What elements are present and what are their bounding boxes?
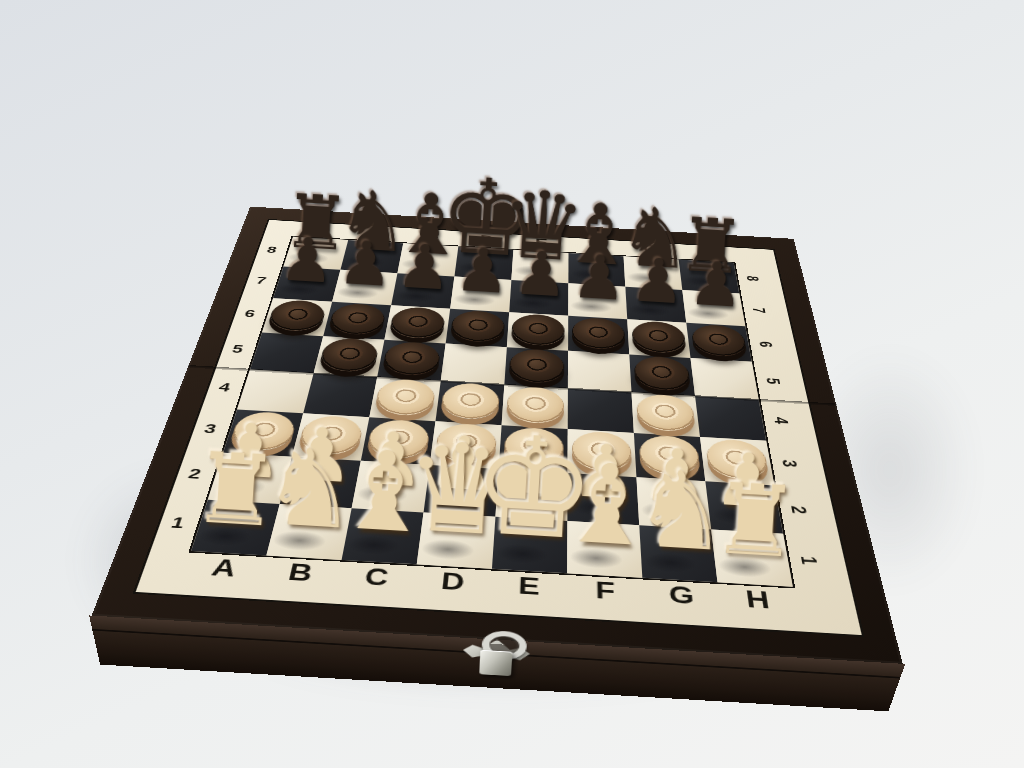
- square-c6: [384, 305, 450, 343]
- coord-label-7: 7: [748, 307, 769, 314]
- square-b7: ♟: [332, 270, 397, 306]
- dark-checker-e5: [509, 348, 565, 384]
- coord-label-1: 1: [795, 555, 822, 565]
- dark-checker-b6: [328, 303, 388, 336]
- square-c7: ♟: [391, 273, 454, 309]
- black-pawn-e7: ♟: [512, 243, 570, 306]
- black-pawn-f7: ♟: [570, 246, 628, 309]
- black-pawn-h7: ♟: [687, 253, 745, 316]
- coord-label-G: G: [668, 581, 695, 610]
- square-e7: ♟: [509, 280, 568, 316]
- black-pawn-d7: ♟: [454, 239, 512, 302]
- square-e6: [507, 312, 568, 350]
- board-grid: ♜♞♝♚♛♝♞♜♟♟♟♟♟♟♟♟♟♟♟♟♟♟♟♟♜♞♝♛♚♝♞♜: [191, 237, 793, 587]
- dark-checker-h6: [690, 324, 747, 358]
- square-f7: ♟: [568, 283, 627, 319]
- square-h7: ♟: [682, 290, 745, 326]
- square-e5: [504, 347, 568, 388]
- coord-label-B: B: [286, 559, 315, 587]
- coord-label-A: A: [209, 554, 240, 582]
- square-d5: [441, 344, 507, 385]
- square-b5: [314, 336, 385, 377]
- coord-label-4: 4: [217, 380, 232, 394]
- coord-label-4: 4: [769, 417, 793, 425]
- square-a5: [250, 333, 323, 374]
- square-g7: ♟: [625, 287, 686, 323]
- board-frame: ♜♞♝♚♛♝♞♜♟♟♟♟♟♟♟♟♟♟♟♟♟♟♟♟♜♞♝♛♚♝♞♜ ABCDEFG…: [92, 207, 903, 664]
- dark-checker-g6: [631, 320, 686, 354]
- square-a6: [262, 298, 332, 336]
- studio-backdrop: ♜♞♝♚♛♝♞♜♟♟♟♟♟♟♟♟♟♟♟♟♟♟♟♟♜♞♝♛♚♝♞♜ ABCDEFG…: [0, 0, 1024, 768]
- coord-label-C: C: [363, 563, 391, 591]
- square-d7: ♟: [450, 277, 511, 313]
- coord-label-8: 8: [265, 245, 278, 256]
- dark-checker-c6: [389, 306, 447, 339]
- square-g1: ♞: [639, 525, 717, 582]
- square-f5: [568, 351, 632, 392]
- dark-checker-c5: [382, 341, 442, 377]
- dark-checker-g5: [633, 355, 691, 391]
- square-a4: [237, 370, 314, 414]
- square-f6: [568, 316, 629, 355]
- square-c5: [377, 340, 445, 381]
- black-pawn-b7: ♟: [337, 232, 395, 295]
- coord-label-D: D: [440, 568, 466, 596]
- coordinate-border: ♜♞♝♚♛♝♞♜♟♟♟♟♟♟♟♟♟♟♟♟♟♟♟♟♜♞♝♛♚♝♞♜ ABCDEFG…: [133, 219, 865, 637]
- dark-checker-a6: [266, 299, 327, 332]
- coord-label-1: 1: [169, 514, 187, 532]
- coord-label-7: 7: [254, 275, 267, 287]
- coord-label-5: 5: [230, 343, 245, 356]
- dark-checker-f6: [572, 317, 625, 351]
- square-g4: [632, 392, 701, 437]
- square-h1: ♜: [711, 530, 793, 587]
- dark-checker-b5: [318, 337, 380, 373]
- dark-checker-d6: [450, 310, 506, 343]
- coord-label-5: 5: [761, 377, 784, 385]
- coord-label-6: 6: [755, 341, 777, 348]
- dark-checker-e6: [511, 313, 565, 347]
- square-h5: [691, 358, 759, 400]
- coord-label-F: F: [595, 577, 615, 605]
- square-a7: ♟: [273, 266, 340, 301]
- white-rook-h1: ♜: [709, 469, 802, 572]
- coord-label-E: E: [518, 572, 540, 600]
- coord-label-8: 8: [742, 275, 762, 281]
- coord-label-H: H: [744, 586, 771, 615]
- square-g5: [629, 354, 695, 396]
- clasp-hasp: [479, 650, 512, 676]
- square-b4: [303, 373, 377, 417]
- chess-box: ♜♞♝♚♛♝♞♜♟♟♟♟♟♟♟♟♟♟♟♟♟♟♟♟♜♞♝♛♚♝♞♜ ABCDEFG…: [167, 45, 857, 735]
- square-d6: [446, 309, 510, 347]
- square-c4: [369, 377, 440, 421]
- light-checker-c4: [374, 378, 437, 417]
- black-pawn-a7: ♟: [278, 229, 336, 292]
- metal-clasp-icon: [452, 628, 541, 684]
- black-pawn-g7: ♟: [629, 250, 687, 313]
- light-checker-g4: [636, 393, 696, 432]
- square-h4: [695, 396, 766, 441]
- square-b6: [323, 302, 391, 340]
- square-h6: [686, 323, 751, 362]
- square-g6: [627, 319, 690, 358]
- black-pawn-c7: ♟: [395, 236, 453, 299]
- coord-label-6: 6: [243, 308, 257, 320]
